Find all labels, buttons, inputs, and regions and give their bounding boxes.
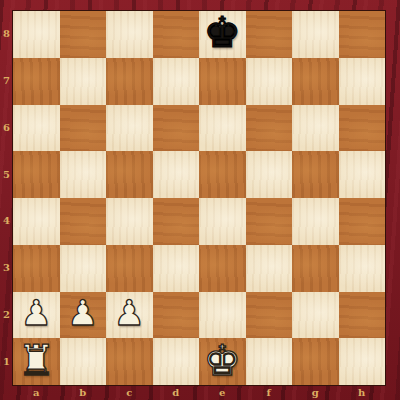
square-f5[interactable] <box>246 151 293 198</box>
chess-board: ♚♟♟♟♜♚ <box>13 11 385 385</box>
square-a8[interactable] <box>13 11 60 58</box>
square-d2[interactable] <box>153 292 200 339</box>
square-h5[interactable] <box>339 151 386 198</box>
square-h3[interactable] <box>339 245 386 292</box>
square-h8[interactable] <box>339 11 386 58</box>
square-b3[interactable] <box>60 245 107 292</box>
square-e5[interactable] <box>199 151 246 198</box>
square-h2[interactable] <box>339 292 386 339</box>
square-b2[interactable]: ♟ <box>60 292 107 339</box>
rank-label-6: 6 <box>0 105 13 152</box>
rank-label-2: 2 <box>0 292 13 339</box>
square-g8[interactable] <box>292 11 339 58</box>
square-c1[interactable] <box>106 338 153 385</box>
square-d5[interactable] <box>153 151 200 198</box>
rank-label-4: 4 <box>0 198 13 245</box>
rank-label-3: 3 <box>0 245 13 292</box>
square-g7[interactable] <box>292 58 339 105</box>
square-a7[interactable] <box>13 58 60 105</box>
square-a5[interactable] <box>13 151 60 198</box>
square-g5[interactable] <box>292 151 339 198</box>
file-label-c: c <box>106 385 153 400</box>
square-c2[interactable]: ♟ <box>106 292 153 339</box>
square-e7[interactable] <box>199 58 246 105</box>
square-h1[interactable] <box>339 338 386 385</box>
square-f2[interactable] <box>246 292 293 339</box>
square-c8[interactable] <box>106 11 153 58</box>
white-rook-a1[interactable]: ♜ <box>17 340 55 382</box>
square-c7[interactable] <box>106 58 153 105</box>
rank-labels: 87654321 <box>0 11 13 385</box>
square-a2[interactable]: ♟ <box>13 292 60 339</box>
square-a1[interactable]: ♜ <box>13 338 60 385</box>
square-f7[interactable] <box>246 58 293 105</box>
square-b8[interactable] <box>60 11 107 58</box>
square-b6[interactable] <box>60 105 107 152</box>
white-pawn-c2[interactable]: ♟ <box>114 296 145 331</box>
white-king-e1[interactable]: ♚ <box>203 340 241 382</box>
file-label-g: g <box>292 385 339 400</box>
square-a4[interactable] <box>13 198 60 245</box>
square-e4[interactable] <box>199 198 246 245</box>
rank-label-8: 8 <box>0 11 13 58</box>
square-d6[interactable] <box>153 105 200 152</box>
file-label-f: f <box>246 385 293 400</box>
square-b1[interactable] <box>60 338 107 385</box>
square-g3[interactable] <box>292 245 339 292</box>
square-d4[interactable] <box>153 198 200 245</box>
file-label-e: e <box>199 385 246 400</box>
square-d7[interactable] <box>153 58 200 105</box>
square-e6[interactable] <box>199 105 246 152</box>
square-d3[interactable] <box>153 245 200 292</box>
rank-label-7: 7 <box>0 58 13 105</box>
square-h4[interactable] <box>339 198 386 245</box>
square-g2[interactable] <box>292 292 339 339</box>
square-h6[interactable] <box>339 105 386 152</box>
rank-label-1: 1 <box>0 338 13 385</box>
file-label-d: d <box>153 385 200 400</box>
square-g1[interactable] <box>292 338 339 385</box>
square-e8[interactable]: ♚ <box>199 11 246 58</box>
file-label-h: h <box>339 385 386 400</box>
square-b5[interactable] <box>60 151 107 198</box>
black-king-e8[interactable]: ♚ <box>203 12 241 54</box>
square-c5[interactable] <box>106 151 153 198</box>
file-label-b: b <box>60 385 107 400</box>
square-c6[interactable] <box>106 105 153 152</box>
square-e1[interactable]: ♚ <box>199 338 246 385</box>
rank-label-5: 5 <box>0 151 13 198</box>
square-b7[interactable] <box>60 58 107 105</box>
square-b4[interactable] <box>60 198 107 245</box>
chessboard-frame: ♚♟♟♟♜♚ 87654321 abcdefgh <box>0 0 400 400</box>
file-labels: abcdefgh <box>13 385 385 400</box>
white-pawn-a2[interactable]: ♟ <box>21 296 52 331</box>
square-e2[interactable] <box>199 292 246 339</box>
square-c3[interactable] <box>106 245 153 292</box>
square-e3[interactable] <box>199 245 246 292</box>
square-g4[interactable] <box>292 198 339 245</box>
square-f3[interactable] <box>246 245 293 292</box>
square-a6[interactable] <box>13 105 60 152</box>
square-f8[interactable] <box>246 11 293 58</box>
square-a3[interactable] <box>13 245 60 292</box>
file-label-a: a <box>13 385 60 400</box>
white-pawn-b2[interactable]: ♟ <box>67 296 98 331</box>
square-h7[interactable] <box>339 58 386 105</box>
square-f4[interactable] <box>246 198 293 245</box>
square-c4[interactable] <box>106 198 153 245</box>
square-f6[interactable] <box>246 105 293 152</box>
square-d8[interactable] <box>153 11 200 58</box>
square-f1[interactable] <box>246 338 293 385</box>
square-g6[interactable] <box>292 105 339 152</box>
square-d1[interactable] <box>153 338 200 385</box>
